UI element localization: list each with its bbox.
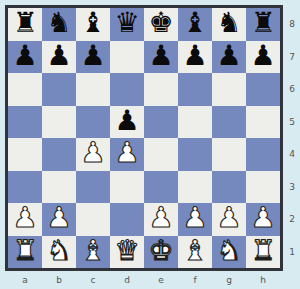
square-g6[interactable] — [212, 73, 246, 106]
black-pawn-piece: ♟ — [216, 42, 241, 70]
square-h3[interactable] — [246, 171, 280, 204]
square-g1[interactable]: ♞ — [212, 236, 246, 269]
square-b5[interactable] — [42, 106, 76, 139]
square-a2[interactable]: ♟ — [8, 203, 42, 236]
square-a7[interactable]: ♟ — [8, 41, 42, 74]
square-a5[interactable] — [8, 106, 42, 139]
black-pawn-piece: ♟ — [80, 42, 105, 70]
rank-label-7: 7 — [285, 41, 299, 74]
square-c8[interactable]: ♝ — [76, 8, 110, 41]
white-pawn-piece: ♟ — [216, 204, 241, 232]
square-c4[interactable]: ♟ — [76, 138, 110, 171]
black-king-piece: ♚ — [148, 9, 173, 37]
rank-labels: 87654321 — [285, 8, 299, 268]
square-a3[interactable] — [8, 171, 42, 204]
square-h5[interactable] — [246, 106, 280, 139]
square-f3[interactable] — [178, 171, 212, 204]
file-label-e: e — [144, 272, 178, 287]
white-pawn-piece: ♟ — [12, 204, 37, 232]
square-e6[interactable] — [144, 73, 178, 106]
white-rook-piece: ♜ — [250, 237, 275, 265]
square-h6[interactable] — [246, 73, 280, 106]
square-e3[interactable] — [144, 171, 178, 204]
black-rook-piece: ♜ — [12, 9, 37, 37]
black-pawn-piece: ♟ — [148, 42, 173, 70]
file-label-h: h — [246, 272, 280, 287]
chess-diagram: ♜♞♝♛♚♝♞♜♟♟♟♟♟♟♟♟♟♟♟♟♟♟♟♟♜♞♝♛♚♝♞♜ 8765432… — [0, 0, 300, 289]
square-d5[interactable]: ♟ — [110, 106, 144, 139]
square-c6[interactable] — [76, 73, 110, 106]
square-c1[interactable]: ♝ — [76, 236, 110, 269]
black-knight-piece: ♞ — [46, 9, 71, 37]
square-b8[interactable]: ♞ — [42, 8, 76, 41]
black-pawn-piece: ♟ — [114, 107, 139, 135]
square-d1[interactable]: ♛ — [110, 236, 144, 269]
square-b1[interactable]: ♞ — [42, 236, 76, 269]
square-a1[interactable]: ♜ — [8, 236, 42, 269]
white-king-piece: ♚ — [148, 237, 173, 265]
square-d7[interactable] — [110, 41, 144, 74]
square-f6[interactable] — [178, 73, 212, 106]
square-b4[interactable] — [42, 138, 76, 171]
square-d2[interactable] — [110, 203, 144, 236]
rank-label-1: 1 — [285, 236, 299, 269]
square-b3[interactable] — [42, 171, 76, 204]
file-labels: abcdefgh — [8, 272, 280, 287]
white-pawn-piece: ♟ — [80, 139, 105, 167]
rank-label-5: 5 — [285, 106, 299, 139]
square-a4[interactable] — [8, 138, 42, 171]
black-bishop-piece: ♝ — [182, 9, 207, 37]
square-h1[interactable]: ♜ — [246, 236, 280, 269]
square-h4[interactable] — [246, 138, 280, 171]
rank-label-6: 6 — [285, 73, 299, 106]
white-rook-piece: ♜ — [12, 237, 37, 265]
square-g8[interactable]: ♞ — [212, 8, 246, 41]
file-label-d: d — [110, 272, 144, 287]
black-pawn-piece: ♟ — [182, 42, 207, 70]
square-c7[interactable]: ♟ — [76, 41, 110, 74]
square-d6[interactable] — [110, 73, 144, 106]
black-pawn-piece: ♟ — [46, 42, 71, 70]
white-pawn-piece: ♟ — [148, 204, 173, 232]
square-b6[interactable] — [42, 73, 76, 106]
black-knight-piece: ♞ — [216, 9, 241, 37]
square-f7[interactable]: ♟ — [178, 41, 212, 74]
square-h8[interactable]: ♜ — [246, 8, 280, 41]
square-a8[interactable]: ♜ — [8, 8, 42, 41]
square-b2[interactable]: ♟ — [42, 203, 76, 236]
file-label-b: b — [42, 272, 76, 287]
square-f1[interactable]: ♝ — [178, 236, 212, 269]
square-c3[interactable] — [76, 171, 110, 204]
square-f2[interactable]: ♟ — [178, 203, 212, 236]
square-g7[interactable]: ♟ — [212, 41, 246, 74]
white-bishop-piece: ♝ — [80, 237, 105, 265]
square-e7[interactable]: ♟ — [144, 41, 178, 74]
square-f4[interactable] — [178, 138, 212, 171]
square-e8[interactable]: ♚ — [144, 8, 178, 41]
square-f8[interactable]: ♝ — [178, 8, 212, 41]
square-e5[interactable] — [144, 106, 178, 139]
square-e4[interactable] — [144, 138, 178, 171]
black-pawn-piece: ♟ — [250, 42, 275, 70]
square-e2[interactable]: ♟ — [144, 203, 178, 236]
black-queen-piece: ♛ — [114, 9, 139, 37]
file-label-a: a — [8, 272, 42, 287]
square-f5[interactable] — [178, 106, 212, 139]
square-d3[interactable] — [110, 171, 144, 204]
square-d4[interactable]: ♟ — [110, 138, 144, 171]
square-h2[interactable]: ♟ — [246, 203, 280, 236]
rank-label-2: 2 — [285, 203, 299, 236]
rank-label-4: 4 — [285, 138, 299, 171]
white-queen-piece: ♛ — [114, 237, 139, 265]
black-pawn-piece: ♟ — [12, 42, 37, 70]
square-g4[interactable] — [212, 138, 246, 171]
white-pawn-piece: ♟ — [250, 204, 275, 232]
square-a6[interactable] — [8, 73, 42, 106]
square-c2[interactable] — [76, 203, 110, 236]
square-b7[interactable]: ♟ — [42, 41, 76, 74]
white-knight-piece: ♞ — [46, 237, 71, 265]
square-d8[interactable]: ♛ — [110, 8, 144, 41]
square-g3[interactable] — [212, 171, 246, 204]
rank-label-8: 8 — [285, 8, 299, 41]
white-pawn-piece: ♟ — [182, 204, 207, 232]
file-label-f: f — [178, 272, 212, 287]
white-pawn-piece: ♟ — [46, 204, 71, 232]
black-bishop-piece: ♝ — [80, 9, 105, 37]
square-c5[interactable] — [76, 106, 110, 139]
square-e1[interactable]: ♚ — [144, 236, 178, 269]
rank-label-3: 3 — [285, 171, 299, 204]
white-pawn-piece: ♟ — [114, 139, 139, 167]
black-rook-piece: ♜ — [250, 9, 275, 37]
square-g5[interactable] — [212, 106, 246, 139]
white-bishop-piece: ♝ — [182, 237, 207, 265]
chess-board: ♜♞♝♛♚♝♞♜♟♟♟♟♟♟♟♟♟♟♟♟♟♟♟♟♜♞♝♛♚♝♞♜ — [5, 5, 283, 271]
square-h7[interactable]: ♟ — [246, 41, 280, 74]
white-knight-piece: ♞ — [216, 237, 241, 265]
file-label-c: c — [76, 272, 110, 287]
square-g2[interactable]: ♟ — [212, 203, 246, 236]
file-label-g: g — [212, 272, 246, 287]
